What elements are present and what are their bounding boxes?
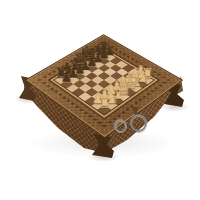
- metal-ring-handle-large: [130, 114, 147, 132]
- piece-glyph: ♚: [77, 46, 95, 65]
- square-c6: [79, 76, 91, 84]
- piece-white-rook: ♜: [143, 54, 152, 80]
- chess-set: ♜♞♝♛♚♝♞♜♟♟♟♟♟♟♟♟♟♟♟♟♟♟♟♟♜♞♝♛♚♝♞♜: [0, 0, 200, 200]
- square-h3: [128, 68, 140, 76]
- piece-black-pawn: ♟: [106, 33, 114, 58]
- piece-glyph: ♜: [98, 41, 110, 53]
- product-photo: ♜♞♝♛♚♝♞♜♟♟♟♟♟♟♟♟♟♟♟♟♟♟♟♟♜♞♝♛♚♝♞♜: [0, 0, 200, 200]
- square-e6: [92, 68, 104, 76]
- piece-black-knight: ♞: [94, 33, 102, 58]
- board-top-surface: ♜♞♝♛♚♝♞♜♟♟♟♟♟♟♟♟♟♟♟♟♟♟♟♟♜♞♝♛♚♝♞♜: [26, 35, 182, 137]
- piece-glyph: ♟: [104, 46, 115, 58]
- piece-black-bishop: ♝: [70, 47, 79, 73]
- piece-glyph: ♟: [129, 68, 141, 80]
- square-f3: [116, 76, 128, 84]
- piece-white-knight: ♞: [137, 58, 146, 85]
- square-h1: ♜: [141, 76, 153, 84]
- piece-black-rook: ♜: [57, 54, 66, 80]
- square-g1: ♞: [135, 80, 147, 88]
- piece-black-rook: ♜: [100, 29, 108, 54]
- chess-board: ♜♞♝♛♚♝♞♜♟♟♟♟♟♟♟♟♟♟♟♟♟♟♟♟♜♞♝♛♚♝♞♜: [55, 50, 154, 114]
- square-h2: ♟: [135, 72, 147, 80]
- piece-white-pawn: ♟: [137, 50, 146, 76]
- square-d5: [92, 76, 104, 84]
- square-h4: [122, 65, 134, 73]
- square-b7: ♟: [67, 76, 79, 84]
